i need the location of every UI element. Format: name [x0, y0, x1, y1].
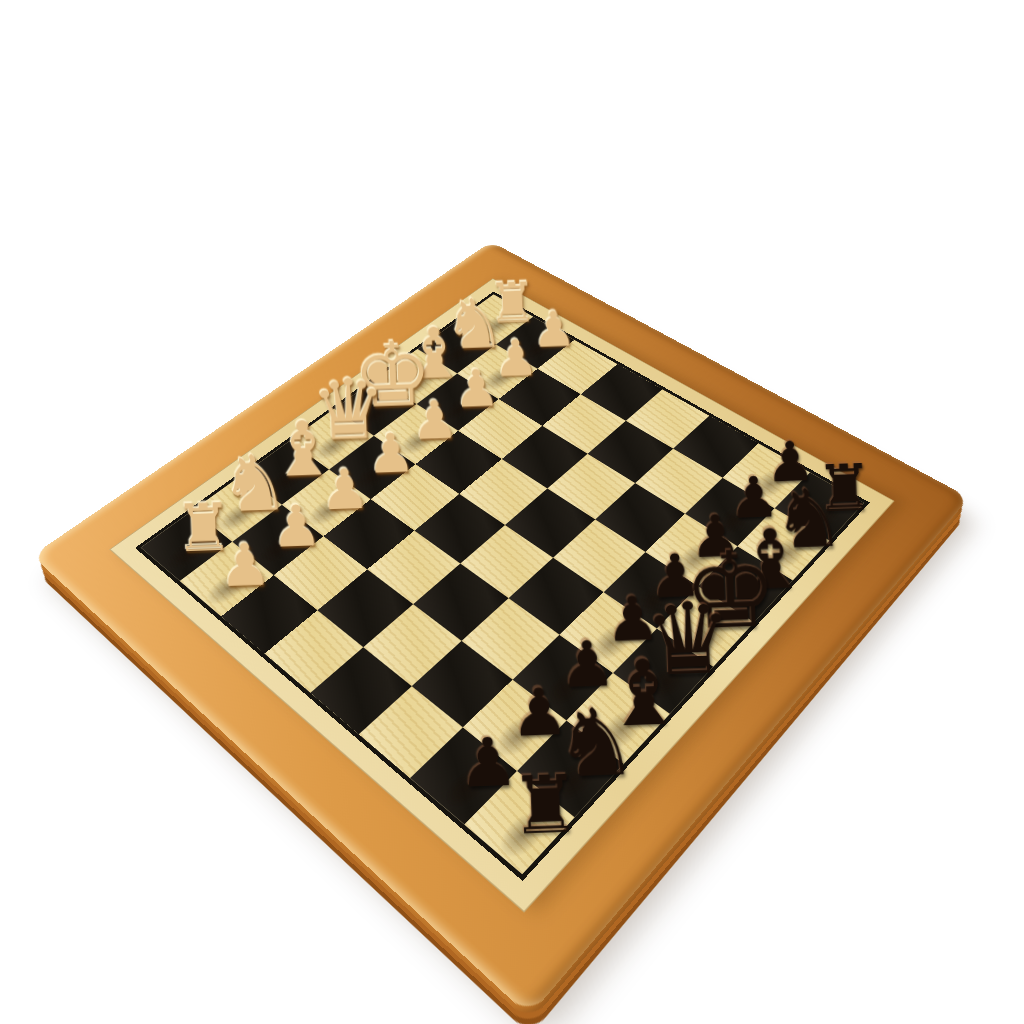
white-pawn-a2[interactable]: ♟	[218, 536, 273, 596]
white-pawn-c2[interactable]: ♟	[319, 461, 371, 518]
white-pawn-b2[interactable]: ♟	[270, 497, 323, 556]
black-rook-a8[interactable]: ♜	[509, 764, 583, 846]
chess-board: ♜♞♝♛♚♝♞♜♟♟♟♟♟♟♟♟♟♟♟♟♟♟♟♟♜♞♝♛♚♝♞♜	[32, 240, 970, 1015]
square-h4[interactable]	[581, 364, 663, 421]
board-grid: ♜♞♝♛♚♝♞♜♟♟♟♟♟♟♟♟♟♟♟♟♟♟♟♟♜♞♝♛♚♝♞♜	[141, 295, 864, 874]
scene: ♜♞♝♛♚♝♞♜♟♟♟♟♟♟♟♟♟♟♟♟♟♟♟♟♜♞♝♛♚♝♞♜	[0, 0, 1024, 1024]
white-pawn-f2[interactable]: ♟	[453, 362, 501, 415]
white-pawn-g2[interactable]: ♟	[493, 332, 540, 384]
board-margin: ♜♞♝♛♚♝♞♜♟♟♟♟♟♟♟♟♟♟♟♟♟♟♟♟♜♞♝♛♚♝♞♜	[109, 278, 894, 912]
white-pawn-e2[interactable]: ♟	[410, 393, 459, 447]
white-pawn-d2[interactable]: ♟	[366, 426, 416, 482]
board-border-line: ♜♞♝♛♚♝♞♜♟♟♟♟♟♟♟♟♟♟♟♟♟♟♟♟♜♞♝♛♚♝♞♜	[135, 292, 869, 881]
